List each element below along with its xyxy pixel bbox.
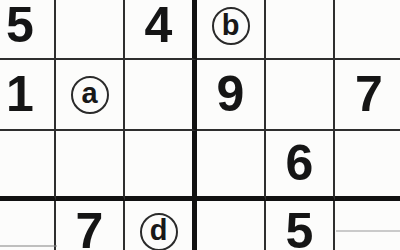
cell-r1c5[interactable]	[266, 0, 335, 60]
given-digit: 4	[145, 0, 173, 50]
circled-letter: b	[222, 11, 240, 40]
given-digit: 1	[6, 69, 34, 119]
cell-r3c1[interactable]	[0, 131, 56, 201]
cell-r3c4[interactable]	[197, 131, 266, 201]
cell-r1c3[interactable]: 4	[125, 0, 197, 60]
cell-r1c1[interactable]: 5	[0, 0, 56, 60]
scan-artifact-line	[336, 230, 400, 232]
scan-artifact-line	[0, 245, 57, 247]
circle-mark-a: a	[71, 76, 109, 114]
cell-r2c3[interactable]	[125, 60, 197, 131]
given-digit: 6	[286, 138, 314, 188]
cell-r2c6[interactable]: 7	[335, 60, 400, 131]
circle-mark-b: b	[212, 7, 250, 45]
cell-r2c2[interactable]: a	[56, 60, 125, 131]
cell-r2c4[interactable]: 9	[197, 60, 266, 131]
given-digit: 5	[6, 0, 34, 50]
given-digit: 5	[286, 206, 314, 250]
cell-r2c5[interactable]	[266, 60, 335, 131]
cell-r3c2[interactable]	[56, 131, 125, 201]
circled-letter: a	[81, 79, 97, 108]
cell-r2c1[interactable]: 1	[0, 60, 56, 131]
given-digit: 9	[217, 69, 245, 119]
cell-r4c4[interactable]	[197, 201, 266, 250]
cell-r4c1[interactable]	[0, 201, 56, 250]
given-digit: 7	[76, 206, 104, 250]
given-digit: 7	[355, 69, 383, 119]
cell-r4c6[interactable]	[335, 201, 400, 250]
cell-r1c2[interactable]	[56, 0, 125, 60]
sudoku-grid: 5 4 b 1 a 9 7 6 7 d 5	[0, 0, 400, 250]
circle-mark-d: d	[140, 213, 178, 250]
cell-r3c5[interactable]: 6	[266, 131, 335, 201]
cell-r1c4[interactable]: b	[197, 0, 266, 60]
sudoku-scan: 5 4 b 1 a 9 7 6 7 d 5	[0, 0, 400, 250]
cell-r4c3[interactable]: d	[125, 201, 197, 250]
cell-r3c3[interactable]	[125, 131, 197, 201]
cell-r3c6[interactable]	[335, 131, 400, 201]
cell-r4c5[interactable]: 5	[266, 201, 335, 250]
cell-r1c6[interactable]	[335, 0, 400, 60]
cell-r4c2[interactable]: 7	[56, 201, 125, 250]
circled-letter: d	[150, 216, 168, 245]
